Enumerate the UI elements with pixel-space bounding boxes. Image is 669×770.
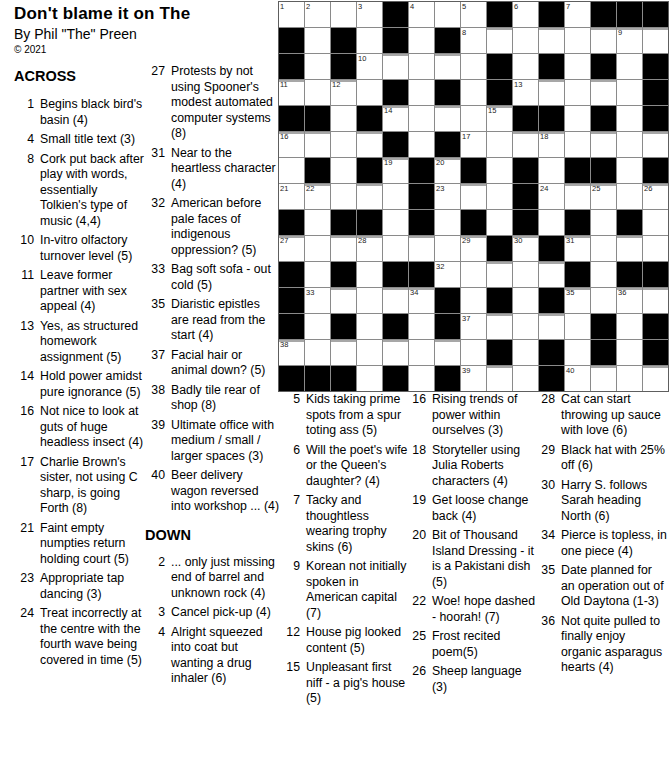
clue-item: 2... only just missing end of barrel and… [145,555,279,602]
white-cell[interactable] [461,54,486,79]
clue-number: 8 [14,152,34,230]
black-cell [331,366,356,391]
white-cell[interactable] [513,262,538,287]
clue-text: Frost recited poem(5) [426,629,537,660]
clues-column-4: 16Rising trends of power within ourselve… [408,392,537,699]
white-cell[interactable] [487,132,512,157]
black-cell [487,54,512,79]
white-cell[interactable]: 21 [279,184,304,209]
white-cell[interactable] [305,210,330,235]
clue-item: 23Appropriate tap dancing (3) [14,571,144,602]
black-cell [409,210,434,235]
clue-text: Unpleasant first niff - a pig's house (5… [300,660,408,707]
cell-number: 4 [410,2,414,11]
white-cell[interactable] [565,132,590,157]
cell-number: 11 [280,80,288,89]
white-cell[interactable] [539,262,564,287]
clue-item: 38Badly tile rear of shop (8) [145,383,279,414]
clue-text: Not nice to look at guts of huge headles… [34,404,144,451]
clue-text: Faint empty numpties return holding cour… [34,521,144,568]
clue-text: Badly tile rear of shop (8) [165,383,279,414]
white-cell[interactable] [435,2,460,27]
white-cell[interactable] [331,158,356,183]
clue-text: American before pale faces of indigenous… [165,196,279,258]
white-cell[interactable] [331,106,356,131]
black-cell [305,158,330,183]
black-cell [409,184,434,209]
white-cell[interactable]: 1 [279,2,304,27]
cell-number: 32 [436,262,444,271]
white-cell[interactable] [643,236,668,261]
clue-text: Cork put back after play with words, ess… [34,152,144,230]
black-cell [383,28,408,53]
black-cell [331,28,356,53]
white-cell[interactable]: 37 [461,314,486,339]
white-cell[interactable] [617,106,642,131]
cell-number: 1 [280,2,284,11]
black-cell [435,28,460,53]
white-cell[interactable] [357,28,382,53]
clue-number: 4 [145,625,165,687]
black-cell [409,262,434,287]
black-cell [643,54,668,79]
clue-item: 11Leave former partner with sex appeal (… [14,268,144,315]
white-cell[interactable]: 34 [409,288,434,313]
white-cell[interactable]: 16 [279,132,304,157]
white-cell[interactable] [539,158,564,183]
white-cell[interactable] [383,288,408,313]
white-cell[interactable] [409,132,434,157]
cell-number: 25 [592,184,600,193]
white-cell[interactable]: 5 [461,2,486,27]
white-cell[interactable]: 24 [539,184,564,209]
white-cell[interactable] [513,314,538,339]
black-cell [539,54,564,79]
clue-number: 25 [408,629,426,660]
white-cell[interactable] [643,288,668,313]
white-cell[interactable]: 18 [539,132,564,157]
clue-number: 35 [145,297,165,344]
clue-text: ... only just missing end of barrel and … [165,555,279,602]
black-cell [357,106,382,131]
white-cell[interactable] [617,314,642,339]
cell-number: 21 [280,184,288,193]
crossword-page: { "game": "crossword", "title": "Don't b… [0,0,669,770]
black-cell [279,54,304,79]
white-cell[interactable] [461,106,486,131]
cell-number: 24 [540,184,548,193]
white-cell[interactable]: 27 [279,236,304,261]
black-cell [487,80,512,105]
clue-number: 21 [14,521,34,568]
white-cell[interactable]: 8 [461,28,486,53]
clue-number: 26 [408,664,426,695]
white-cell[interactable] [539,80,564,105]
cell-number: 40 [566,366,574,375]
clue-number: 4 [14,132,34,148]
clue-number: 17 [14,455,34,517]
white-cell[interactable] [591,262,616,287]
clue-text: Kids taking prime spots from a spur toti… [300,392,408,439]
black-cell [383,262,408,287]
white-cell[interactable] [279,158,304,183]
clue-item: 33Bag soft sofa - out cold (5) [145,262,279,293]
white-cell[interactable] [331,184,356,209]
clues-column-1: ACROSS 1Begins black bird's basin (4)4Sm… [14,68,144,672]
white-cell[interactable] [617,158,642,183]
cell-number: 36 [618,288,626,297]
black-cell [513,106,538,131]
white-cell[interactable]: 7 [565,2,590,27]
white-cell[interactable]: 40 [565,366,590,391]
clue-item: 24Treat incorrectly at the centre with t… [14,606,144,668]
white-cell[interactable] [591,236,616,261]
black-cell [539,106,564,131]
white-cell[interactable] [617,236,642,261]
black-cell [513,158,538,183]
clue-item: 16Not nice to look at guts of huge headl… [14,404,144,451]
black-cell [487,236,512,261]
black-cell [383,132,408,157]
black-cell [617,2,642,27]
clue-number: 18 [408,443,426,490]
white-cell[interactable] [331,288,356,313]
white-cell[interactable] [305,340,330,365]
white-cell[interactable] [435,210,460,235]
clue-text: Not quite pulled to finally enjoy organi… [555,614,667,676]
white-cell[interactable] [591,366,616,391]
white-cell[interactable] [409,340,434,365]
cell-number: 34 [410,288,418,297]
clue-item: 35Date planned for an operation out of O… [537,563,667,610]
white-cell[interactable]: 36 [617,288,642,313]
white-cell[interactable] [461,184,486,209]
clue-item: 37Facial hair or animal down? (5) [145,348,279,379]
white-cell[interactable] [513,366,538,391]
black-cell [435,288,460,313]
clue-item: 8Cork put back after play with words, es… [14,152,144,230]
white-cell[interactable] [643,28,668,53]
white-cell[interactable] [643,132,668,157]
white-cell[interactable] [409,106,434,131]
white-cell[interactable]: 29 [461,236,486,261]
white-cell[interactable] [565,184,590,209]
white-cell[interactable]: 23 [435,184,460,209]
white-cell[interactable] [409,314,434,339]
black-cell [591,158,616,183]
clue-number: 3 [145,605,165,621]
white-cell[interactable]: 6 [513,2,538,27]
clue-number: 11 [14,268,34,315]
white-cell[interactable] [487,28,512,53]
cell-number: 23 [436,184,444,193]
cell-number: 18 [540,132,548,141]
cell-number: 33 [306,288,314,297]
white-cell[interactable] [591,80,616,105]
cell-number: 20 [436,158,444,167]
white-cell[interactable] [383,54,408,79]
black-cell [383,366,408,391]
white-cell[interactable] [565,314,590,339]
clue-item: 21Faint empty numpties return holding co… [14,521,144,568]
clue-text: Alright squeezed into coat but wanting a… [165,625,279,687]
white-cell[interactable] [617,184,642,209]
white-cell[interactable]: 14 [383,106,408,131]
down-clues-list-1: 2... only just missing end of barrel and… [145,555,279,687]
black-cell [617,262,642,287]
black-cell [591,340,616,365]
white-cell[interactable] [383,236,408,261]
white-cell[interactable] [357,184,382,209]
clue-item: 29Black hat with 25% off (6) [537,443,667,474]
white-cell[interactable] [643,210,668,235]
white-cell[interactable] [617,340,642,365]
white-cell[interactable] [539,210,564,235]
clue-number: 23 [14,571,34,602]
white-cell[interactable] [305,132,330,157]
clue-text: Cancel pick-up (4) [165,605,279,621]
white-cell[interactable] [357,80,382,105]
white-cell[interactable] [565,28,590,53]
clue-text: Rising trends of power within ourselves … [426,392,537,439]
white-cell[interactable]: 35 [565,288,590,313]
white-cell[interactable] [565,106,590,131]
clue-number: 16 [408,392,426,439]
clue-text: Hold power amidst pure ignorance (5) [34,369,144,400]
clue-item: 19Get loose change back (4) [408,493,537,524]
clue-item: 36Not quite pulled to finally enjoy orga… [537,614,667,676]
white-cell[interactable]: 25 [591,184,616,209]
white-cell[interactable] [591,288,616,313]
across-header: ACROSS [14,68,144,84]
white-cell[interactable] [357,314,382,339]
down-clues-list-3: 16Rising trends of power within ourselve… [408,392,537,695]
white-cell[interactable] [643,366,668,391]
clue-item: 30Harry S. follows Sarah heading North (… [537,478,667,525]
white-cell[interactable] [357,132,382,157]
clue-item: 17Charlie Brown's sister, not using C sh… [14,455,144,517]
puzzle-title: Don't blame it on The [14,4,190,24]
white-cell[interactable] [565,54,590,79]
white-cell[interactable] [513,132,538,157]
white-cell[interactable] [591,210,616,235]
clue-number: 29 [537,443,555,474]
black-cell [487,288,512,313]
white-cell[interactable] [617,366,642,391]
white-cell[interactable] [539,28,564,53]
white-cell[interactable] [409,80,434,105]
white-cell[interactable]: 17 [461,132,486,157]
white-cell[interactable] [305,28,330,53]
white-cell[interactable] [305,236,330,261]
clues-column-2: 27Protests by not using Spooner's modest… [145,64,279,691]
black-cell [513,210,538,235]
white-cell[interactable]: 10 [357,54,382,79]
black-cell [617,210,642,235]
clue-number: 5 [284,392,300,439]
white-cell[interactable] [305,54,330,79]
black-cell [409,158,434,183]
white-cell[interactable] [383,210,408,235]
cell-number: 26 [644,184,652,193]
clue-item: 9Korean not initially spoken in American… [284,559,408,621]
white-cell[interactable]: 28 [357,236,382,261]
white-cell[interactable]: 15 [487,106,512,131]
black-cell [591,54,616,79]
white-cell[interactable] [435,54,460,79]
clue-number: 37 [145,348,165,379]
white-cell[interactable] [357,340,382,365]
clue-item: 13Yes, as structured homework assignment… [14,319,144,366]
white-cell[interactable] [487,210,512,235]
white-cell[interactable] [331,340,356,365]
clue-text: Charlie Brown's sister, not using C shar… [34,455,144,517]
white-cell[interactable] [461,262,486,287]
clue-text: Yes, as structured homework assignment (… [34,319,144,366]
white-cell[interactable]: 26 [643,184,668,209]
white-cell[interactable]: 33 [305,288,330,313]
black-cell [357,210,382,235]
clue-number: 9 [284,559,300,621]
white-cell[interactable]: 32 [435,262,460,287]
white-cell[interactable] [435,236,460,261]
white-cell[interactable]: 38 [279,340,304,365]
white-cell[interactable] [331,236,356,261]
cell-number: 38 [280,340,288,349]
clue-text: Diaristic epistles are read from the sta… [165,297,279,344]
white-cell[interactable] [383,184,408,209]
white-cell[interactable]: 3 [357,2,382,27]
black-cell [539,340,564,365]
white-cell[interactable] [409,54,434,79]
white-cell[interactable]: 30 [513,236,538,261]
white-cell[interactable] [591,28,616,53]
clue-item: 27Protests by not using Spooner's modest… [145,64,279,142]
puzzle-copyright: © 2021 [14,44,46,55]
white-cell[interactable] [487,184,512,209]
white-cell[interactable] [435,106,460,131]
white-cell[interactable] [357,288,382,313]
white-cell[interactable]: 12 [331,80,356,105]
white-cell[interactable] [591,132,616,157]
white-cell[interactable]: 11 [279,80,304,105]
white-cell[interactable] [539,314,564,339]
white-cell[interactable] [357,366,382,391]
clue-text: House pig looked content (5) [300,625,408,656]
black-cell [305,366,330,391]
white-cell[interactable]: 20 [435,158,460,183]
white-cell[interactable] [305,314,330,339]
white-cell[interactable] [435,340,460,365]
white-cell[interactable]: 2 [305,2,330,27]
white-cell[interactable]: 39 [461,366,486,391]
clue-number: 20 [408,528,426,590]
clue-number: 34 [537,528,555,559]
white-cell[interactable] [565,80,590,105]
white-cell[interactable]: 13 [513,80,538,105]
white-cell[interactable]: 4 [409,2,434,27]
clue-number: 31 [145,146,165,193]
clue-number: 16 [14,404,34,451]
clue-text: Facial hair or animal down? (5) [165,348,279,379]
clue-number: 15 [284,660,300,707]
clue-number: 1 [14,97,34,128]
white-cell[interactable]: 22 [305,184,330,209]
white-cell[interactable] [409,366,434,391]
clue-item: 6Will the poet's wife or the Queen's dau… [284,443,408,490]
puzzle-byline: By Phil "The" Preen [14,26,137,42]
white-cell[interactable] [409,28,434,53]
clue-text: Sheep language (3) [426,664,537,695]
white-cell[interactable] [565,340,590,365]
white-cell[interactable] [487,366,512,391]
black-cell [305,106,330,131]
clue-item: 1Begins black bird's basin (4) [14,97,144,128]
clue-text: Black hat with 25% off (6) [555,443,667,474]
white-cell[interactable] [617,80,642,105]
black-cell [643,340,668,365]
white-cell[interactable]: 19 [383,158,408,183]
down-clues-list-4: 28Cat can start throwing up sauce with l… [537,392,667,676]
black-cell [591,2,616,27]
white-cell[interactable] [513,340,538,365]
white-cell[interactable] [513,288,538,313]
black-cell [383,314,408,339]
black-cell [435,314,460,339]
clue-text: Pierce is topless, in one piece (4) [555,528,667,559]
white-cell[interactable] [487,314,512,339]
cell-number: 19 [384,158,392,167]
white-cell[interactable] [305,80,330,105]
black-cell [513,184,538,209]
white-cell[interactable] [331,132,356,157]
clue-item: 35Diaristic epistles are read from the s… [145,297,279,344]
white-cell[interactable] [513,28,538,53]
white-cell[interactable] [513,54,538,79]
white-cell[interactable] [617,132,642,157]
white-cell[interactable] [617,54,642,79]
down-clues-list-2: 5Kids taking prime spots from a spur tot… [284,392,408,707]
cell-number: 7 [566,2,570,11]
white-cell[interactable]: 31 [565,236,590,261]
white-cell[interactable] [487,262,512,287]
clue-item: 7Tacky and thoughtless wearing trophy sk… [284,493,408,555]
white-cell[interactable]: 9 [617,28,642,53]
white-cell[interactable] [331,2,356,27]
black-cell [435,366,460,391]
cell-number: 31 [566,236,574,245]
clue-number: 19 [408,493,426,524]
black-cell [383,2,408,27]
black-cell [565,262,590,287]
cell-number: 13 [514,80,522,89]
white-cell[interactable] [461,288,486,313]
white-cell[interactable] [461,340,486,365]
white-cell[interactable] [409,236,434,261]
clue-item: 12House pig looked content (5) [284,625,408,656]
clue-item: 20Bit of Thousand Island Dressing - it i… [408,528,537,590]
clue-text: Get loose change back (4) [426,493,537,524]
black-cell [461,210,486,235]
white-cell[interactable] [487,158,512,183]
white-cell[interactable] [383,340,408,365]
across-clues-list-1: 1Begins black bird's basin (4)4Small tit… [14,97,144,668]
white-cell[interactable] [357,262,382,287]
clue-number: 35 [537,563,555,610]
white-cell[interactable] [461,80,486,105]
white-cell[interactable] [305,262,330,287]
cell-number: 5 [462,2,466,11]
